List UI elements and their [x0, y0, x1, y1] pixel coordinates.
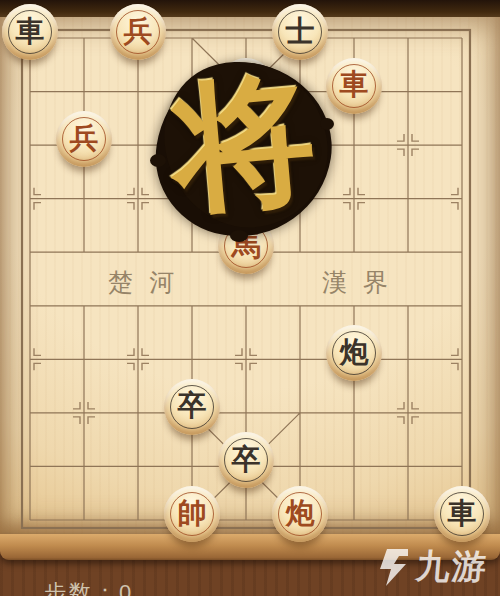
piece-red-chariot[interactable]: 車	[326, 58, 382, 114]
watermark-text: 九游	[414, 544, 490, 590]
piece-black-soldier[interactable]: 卒	[164, 379, 220, 435]
piece-black-chariot[interactable]: 車	[2, 4, 58, 60]
xiangqi-game-screen: 楚河 漢界 車兵士士車兵將馬炮卒卒帥炮車 将 步数：0 九游	[0, 0, 500, 596]
piece-glyph: 士	[286, 17, 315, 46]
top-wood-strip	[0, 0, 500, 17]
piece-glyph: 馬	[232, 231, 261, 260]
piece-glyph: 炮	[340, 338, 369, 367]
piece-black-advisor[interactable]: 士	[272, 4, 328, 60]
watermark: 九游	[375, 544, 488, 590]
piece-red-cannon[interactable]: 炮	[272, 486, 328, 542]
piece-black-advisor[interactable]: 士	[218, 58, 274, 114]
piece-glyph: 兵	[70, 124, 99, 153]
piece-glyph: 帥	[178, 499, 207, 528]
piece-black-cannon[interactable]: 炮	[326, 325, 382, 381]
piece-glyph: 士	[232, 70, 261, 99]
piece-glyph: 卒	[232, 445, 261, 474]
piece-glyph: 將	[178, 124, 207, 153]
piece-glyph: 車	[448, 499, 477, 528]
river-label-right: 漢界	[322, 266, 404, 299]
piece-red-horse[interactable]: 馬	[218, 218, 274, 274]
piece-red-soldier[interactable]: 兵	[110, 4, 166, 60]
piece-black-chariot[interactable]: 車	[434, 486, 490, 542]
piece-red-general[interactable]: 帥	[164, 486, 220, 542]
piece-glyph: 卒	[178, 391, 207, 420]
piece-black-general[interactable]: 將	[164, 111, 220, 167]
piece-glyph: 炮	[286, 499, 315, 528]
piece-glyph: 兵	[124, 17, 153, 46]
watermark-logo-icon	[375, 547, 411, 587]
river-label-left: 楚河	[108, 266, 190, 299]
piece-glyph: 車	[16, 17, 45, 46]
move-counter: 步数：0	[44, 578, 134, 596]
piece-glyph: 車	[340, 70, 369, 99]
piece-red-soldier[interactable]: 兵	[56, 111, 112, 167]
